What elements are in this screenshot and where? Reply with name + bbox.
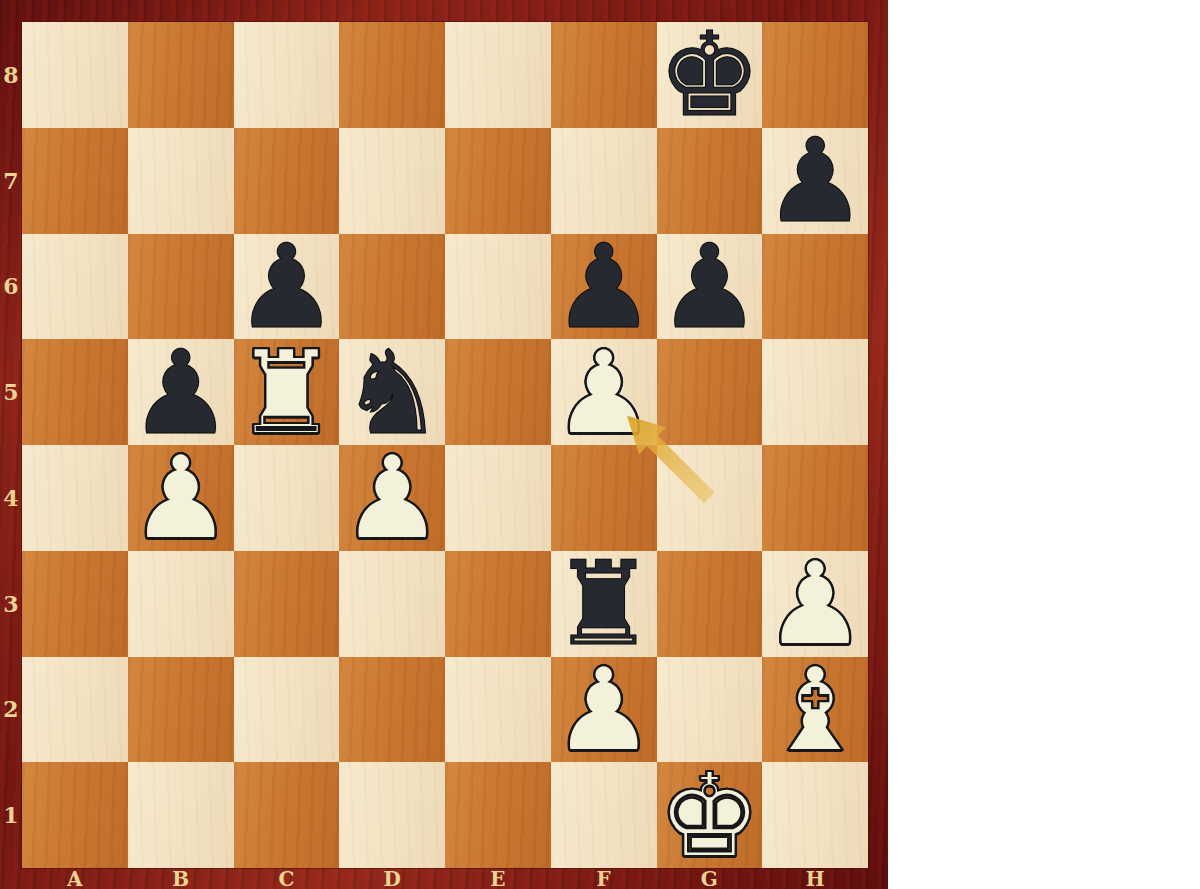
square-b7[interactable] [128,128,234,234]
piece-black-pawn-f6[interactable]: ♟ [551,234,657,340]
square-e2[interactable] [445,657,551,763]
file-label-d: D [339,868,445,889]
file-label-h: H [762,868,868,889]
square-e7[interactable] [445,128,551,234]
square-d1[interactable] [339,762,445,868]
chess-diagram: 87654321 ABCDEFGH ♚♟♟♟♟♟♜♞♟♟♟♜♟♟♝♚ [0,0,1200,889]
file-label-f: F [551,868,657,889]
square-f3[interactable]: ♜ [551,551,657,657]
square-a3[interactable] [22,551,128,657]
square-c8[interactable] [234,22,340,128]
square-f7[interactable] [551,128,657,234]
square-g4[interactable] [657,445,763,551]
rank-label-1: 1 [0,762,22,868]
square-g5[interactable] [657,339,763,445]
rank-label-4: 4 [0,445,22,551]
piece-black-pawn-h7[interactable]: ♟ [762,128,868,234]
piece-white-pawn-f5[interactable]: ♟ [551,339,657,445]
piece-black-king-g8[interactable]: ♚ [657,22,763,128]
square-d5[interactable]: ♞ [339,339,445,445]
square-e8[interactable] [445,22,551,128]
rank-labels: 87654321 [0,22,22,868]
piece-black-pawn-b5[interactable]: ♟ [128,339,234,445]
file-label-b: B [128,868,234,889]
square-c6[interactable]: ♟ [234,234,340,340]
square-f6[interactable]: ♟ [551,234,657,340]
square-a8[interactable] [22,22,128,128]
square-h8[interactable] [762,22,868,128]
square-a1[interactable] [22,762,128,868]
square-g8[interactable]: ♚ [657,22,763,128]
piece-white-rook-c5[interactable]: ♜ [234,339,340,445]
rank-label-7: 7 [0,128,22,234]
square-c5[interactable]: ♜ [234,339,340,445]
square-a4[interactable] [22,445,128,551]
square-e3[interactable] [445,551,551,657]
file-label-c: C [234,868,340,889]
square-h5[interactable] [762,339,868,445]
rank-label-6: 6 [0,234,22,340]
square-g6[interactable]: ♟ [657,234,763,340]
square-g2[interactable] [657,657,763,763]
square-c7[interactable] [234,128,340,234]
piece-white-bishop-h2[interactable]: ♝ [762,657,868,763]
square-e1[interactable] [445,762,551,868]
piece-black-pawn-c6[interactable]: ♟ [234,234,340,340]
piece-white-pawn-f2[interactable]: ♟ [551,657,657,763]
piece-black-pawn-g6[interactable]: ♟ [657,234,763,340]
square-e5[interactable] [445,339,551,445]
square-f5[interactable]: ♟ [551,339,657,445]
square-f2[interactable]: ♟ [551,657,657,763]
square-c1[interactable] [234,762,340,868]
square-b3[interactable] [128,551,234,657]
piece-white-pawn-b4[interactable]: ♟ [128,445,234,551]
square-h3[interactable]: ♟ [762,551,868,657]
piece-black-rook-f3[interactable]: ♜ [551,551,657,657]
square-d3[interactable] [339,551,445,657]
square-c3[interactable] [234,551,340,657]
square-f8[interactable] [551,22,657,128]
square-g7[interactable] [657,128,763,234]
square-f1[interactable] [551,762,657,868]
square-h6[interactable] [762,234,868,340]
square-b6[interactable] [128,234,234,340]
file-label-a: A [22,868,128,889]
square-d2[interactable] [339,657,445,763]
square-b2[interactable] [128,657,234,763]
square-g1[interactable]: ♚ [657,762,763,868]
square-d6[interactable] [339,234,445,340]
square-h1[interactable] [762,762,868,868]
square-h2[interactable]: ♝ [762,657,868,763]
chess-board: ♚♟♟♟♟♟♜♞♟♟♟♜♟♟♝♚ [22,22,868,868]
rank-label-8: 8 [0,22,22,128]
piece-white-pawn-d4[interactable]: ♟ [339,445,445,551]
square-g3[interactable] [657,551,763,657]
square-c2[interactable] [234,657,340,763]
square-h4[interactable] [762,445,868,551]
square-a6[interactable] [22,234,128,340]
rank-label-5: 5 [0,339,22,445]
rank-label-3: 3 [0,551,22,657]
square-a7[interactable] [22,128,128,234]
square-e4[interactable] [445,445,551,551]
piece-white-king-g1[interactable]: ♚ [657,762,763,868]
file-label-e: E [445,868,551,889]
square-d8[interactable] [339,22,445,128]
square-a2[interactable] [22,657,128,763]
square-e6[interactable] [445,234,551,340]
piece-white-pawn-h3[interactable]: ♟ [762,551,868,657]
square-c4[interactable] [234,445,340,551]
square-b8[interactable] [128,22,234,128]
square-a5[interactable] [22,339,128,445]
square-f4[interactable] [551,445,657,551]
rank-label-2: 2 [0,657,22,763]
square-b1[interactable] [128,762,234,868]
piece-black-knight-d5[interactable]: ♞ [339,339,445,445]
square-h7[interactable]: ♟ [762,128,868,234]
square-b5[interactable]: ♟ [128,339,234,445]
square-d4[interactable]: ♟ [339,445,445,551]
square-b4[interactable]: ♟ [128,445,234,551]
square-d7[interactable] [339,128,445,234]
